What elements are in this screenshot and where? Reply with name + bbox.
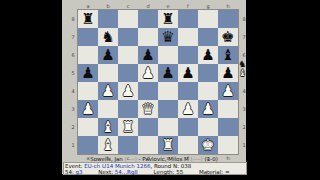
square-d5 — [138, 64, 158, 82]
rank-label-2-right: 2 — [240, 124, 248, 130]
square-c8 — [118, 10, 138, 28]
square-h5 — [218, 64, 238, 82]
square-d7 — [138, 28, 158, 46]
square-b1 — [98, 136, 118, 154]
square-d2 — [138, 118, 158, 136]
square-d8 — [138, 10, 158, 28]
square-d1 — [138, 136, 158, 154]
file-label-a-bottom: a — [78, 155, 98, 161]
file-label-c-top: c — [118, 3, 138, 9]
file-label-b-top: b — [98, 3, 118, 9]
square-b2 — [98, 118, 118, 136]
square-a6 — [78, 46, 98, 64]
caption-panel: Event: EU-ch U14 Munich 1266, Round N: 0… — [63, 162, 247, 175]
square-c7 — [118, 28, 138, 46]
move-number: 54: — [65, 169, 74, 175]
square-h2 — [218, 118, 238, 136]
square-b4 — [98, 82, 118, 100]
square-g1 — [198, 136, 218, 154]
next-move: 54...Rg8 — [115, 169, 138, 175]
rank-label-5-right: 5 — [240, 70, 248, 76]
rank-label-3-left: 3 — [69, 106, 77, 112]
square-e3 — [158, 100, 178, 118]
square-d3 — [138, 100, 158, 118]
rank-label-2-left: 2 — [69, 124, 77, 130]
file-label-h-bottom: h — [218, 155, 238, 161]
video-frame: ♞ ♝ Sowells, Jan (----) - Pavlovic, Milo… — [0, 0, 320, 180]
square-f5 — [178, 64, 198, 82]
length-label: Length: — [154, 169, 175, 175]
square-g4 — [198, 82, 218, 100]
square-c1 — [118, 136, 138, 154]
file-label-d-bottom: d — [138, 155, 158, 161]
square-g8 — [198, 10, 218, 28]
material-label: Material: — [199, 169, 223, 175]
file-label-g-top: g — [198, 3, 218, 9]
square-f4 — [178, 82, 198, 100]
square-e2 — [158, 118, 178, 136]
file-label-g-bottom: g — [198, 155, 218, 161]
rank-label-7-left: 7 — [69, 34, 77, 40]
next-label: Next: — [98, 169, 113, 175]
square-e8 — [158, 10, 178, 28]
rank-label-8-right: 8 — [240, 16, 248, 22]
file-label-f-bottom: f — [178, 155, 198, 161]
square-e1 — [158, 136, 178, 154]
square-g3 — [198, 100, 218, 118]
file-label-d-top: d — [138, 3, 158, 9]
square-a5 — [78, 64, 98, 82]
square-h8 — [218, 10, 238, 28]
square-c6 — [118, 46, 138, 64]
material-value: = — [225, 169, 230, 175]
square-g7 — [198, 28, 218, 46]
rank-label-1-right: 1 — [240, 142, 248, 148]
square-c2 — [118, 118, 138, 136]
rank-label-1-left: 1 — [69, 142, 77, 148]
square-b3 — [98, 100, 118, 118]
square-e4 — [158, 82, 178, 100]
file-label-f-top: f — [178, 3, 198, 9]
square-h7 — [218, 28, 238, 46]
rank-label-3-right: 3 — [240, 106, 248, 112]
square-e6 — [158, 46, 178, 64]
square-f6 — [178, 46, 198, 64]
file-label-h-top: h — [218, 3, 238, 9]
square-d6 — [138, 46, 158, 64]
square-b6 — [98, 46, 118, 64]
length-value: 55 — [176, 169, 183, 175]
square-e7 — [158, 28, 178, 46]
square-a3 — [78, 100, 98, 118]
square-f2 — [178, 118, 198, 136]
rank-label-5-left: 5 — [69, 70, 77, 76]
square-f7 — [178, 28, 198, 46]
move-line: 54: g3 Next: 54...Rg8 Length: 55 Materia… — [65, 170, 246, 176]
square-a7 — [78, 28, 98, 46]
square-f1 — [178, 136, 198, 154]
rank-label-6-left: 6 — [69, 52, 77, 58]
file-label-e-bottom: e — [158, 155, 178, 161]
square-a8 — [78, 10, 98, 28]
square-b8 — [98, 10, 118, 28]
square-a1 — [78, 136, 98, 154]
file-label-b-bottom: b — [98, 155, 118, 161]
square-b5 — [98, 64, 118, 82]
square-c3 — [118, 100, 138, 118]
last-move: g3 — [76, 169, 83, 175]
square-g5 — [198, 64, 218, 82]
rank-label-4-right: 4 — [240, 88, 248, 94]
rank-label-7-right: 7 — [240, 34, 248, 40]
file-label-e-top: e — [158, 3, 178, 9]
square-h6 — [218, 46, 238, 64]
board — [78, 10, 238, 154]
square-e5 — [158, 64, 178, 82]
square-c4 — [118, 82, 138, 100]
square-a4 — [78, 82, 98, 100]
square-g6 — [198, 46, 218, 64]
square-f3 — [178, 100, 198, 118]
square-h4 — [218, 82, 238, 100]
square-a2 — [78, 118, 98, 136]
rank-label-8-left: 8 — [69, 16, 77, 22]
square-f8 — [178, 10, 198, 28]
square-d4 — [138, 82, 158, 100]
square-b7 — [98, 28, 118, 46]
square-h1 — [218, 136, 238, 154]
square-h3 — [218, 100, 238, 118]
file-label-a-top: a — [78, 3, 98, 9]
square-c5 — [118, 64, 138, 82]
file-label-c-bottom: c — [118, 155, 138, 161]
square-g2 — [198, 118, 218, 136]
rank-label-4-left: 4 — [69, 88, 77, 94]
rank-label-6-right: 6 — [240, 52, 248, 58]
